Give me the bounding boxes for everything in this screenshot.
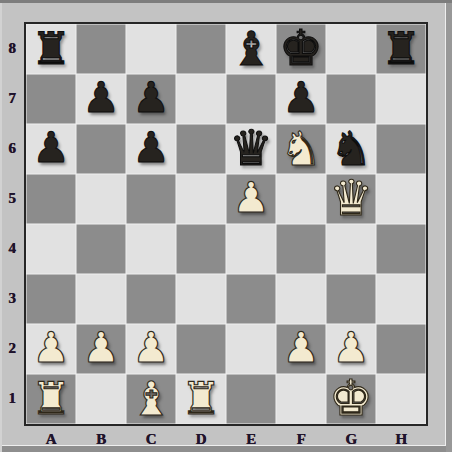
square-c7[interactable]: ♟ xyxy=(126,74,176,124)
rank-label-2: 2 xyxy=(2,336,22,361)
square-d6[interactable] xyxy=(176,124,226,174)
piece-white-knight-f6[interactable]: ♞ xyxy=(280,125,322,172)
piece-black-rook-h8[interactable]: ♜ xyxy=(381,26,421,71)
square-c5[interactable] xyxy=(126,174,176,224)
square-e5[interactable]: ♟ xyxy=(226,174,276,224)
rank-label-4: 4 xyxy=(2,236,22,261)
file-label-F: F xyxy=(276,429,326,449)
square-b6[interactable] xyxy=(76,124,126,174)
square-h6[interactable] xyxy=(376,124,426,174)
rank-label-8: 8 xyxy=(2,36,22,61)
square-d1[interactable]: ♜ xyxy=(176,374,226,424)
square-g1[interactable]: ♚ xyxy=(326,374,376,424)
square-b1[interactable] xyxy=(76,374,126,424)
square-g4[interactable] xyxy=(326,224,376,274)
square-h3[interactable] xyxy=(376,274,426,324)
square-d2[interactable] xyxy=(176,324,226,374)
square-h4[interactable] xyxy=(376,224,426,274)
piece-white-queen-g5[interactable]: ♛ xyxy=(329,174,373,223)
piece-white-rook-d1[interactable]: ♜ xyxy=(181,376,221,421)
square-c6[interactable]: ♟ xyxy=(126,124,176,174)
piece-black-rook-a8[interactable]: ♜ xyxy=(31,26,71,71)
square-c2[interactable]: ♟ xyxy=(126,324,176,374)
square-g5[interactable]: ♛ xyxy=(326,174,376,224)
square-f8[interactable]: ♚ xyxy=(276,24,326,74)
square-b3[interactable] xyxy=(76,274,126,324)
square-g3[interactable] xyxy=(326,274,376,324)
square-f1[interactable] xyxy=(276,374,326,424)
piece-white-bishop-c1[interactable]: ♝ xyxy=(130,375,172,422)
piece-black-pawn-c7[interactable]: ♟ xyxy=(132,77,170,119)
square-e4[interactable] xyxy=(226,224,276,274)
file-label-D: D xyxy=(176,429,226,449)
square-a1[interactable]: ♜ xyxy=(26,374,76,424)
square-b5[interactable] xyxy=(76,174,126,224)
piece-white-pawn-c2[interactable]: ♟ xyxy=(132,327,170,369)
rank-label-6: 6 xyxy=(2,136,22,161)
square-c1[interactable]: ♝ xyxy=(126,374,176,424)
square-b7[interactable]: ♟ xyxy=(76,74,126,124)
piece-white-pawn-a2[interactable]: ♟ xyxy=(32,327,70,369)
square-g6[interactable]: ♞ xyxy=(326,124,376,174)
chess-board: ♜♝♚♜♟♟♟♟♟♛♞♞♟♛♟♟♟♟♟♜♝♜♚ xyxy=(24,22,428,426)
square-e6[interactable]: ♛ xyxy=(226,124,276,174)
square-c3[interactable] xyxy=(126,274,176,324)
square-f3[interactable] xyxy=(276,274,326,324)
square-d5[interactable] xyxy=(176,174,226,224)
square-d8[interactable] xyxy=(176,24,226,74)
square-c8[interactable] xyxy=(126,24,176,74)
file-label-B: B xyxy=(76,429,126,449)
square-a3[interactable] xyxy=(26,274,76,324)
square-h8[interactable]: ♜ xyxy=(376,24,426,74)
square-f6[interactable]: ♞ xyxy=(276,124,326,174)
square-b4[interactable] xyxy=(76,224,126,274)
piece-black-bishop-e8[interactable]: ♝ xyxy=(230,25,272,72)
piece-black-queen-e6[interactable]: ♛ xyxy=(229,124,273,173)
square-h2[interactable] xyxy=(376,324,426,374)
square-b8[interactable] xyxy=(76,24,126,74)
square-f7[interactable]: ♟ xyxy=(276,74,326,124)
piece-white-pawn-e5[interactable]: ♟ xyxy=(232,177,270,219)
piece-black-pawn-b7[interactable]: ♟ xyxy=(82,77,120,119)
square-h7[interactable] xyxy=(376,74,426,124)
square-a4[interactable] xyxy=(26,224,76,274)
file-label-C: C xyxy=(126,429,176,449)
rank-label-3: 3 xyxy=(2,286,22,311)
piece-black-king-f8[interactable]: ♚ xyxy=(279,24,323,73)
square-a7[interactable] xyxy=(26,74,76,124)
file-label-A: A xyxy=(26,429,76,449)
piece-black-pawn-c6[interactable]: ♟ xyxy=(132,127,170,169)
square-f4[interactable] xyxy=(276,224,326,274)
square-d7[interactable] xyxy=(176,74,226,124)
file-label-E: E xyxy=(226,429,276,449)
square-d3[interactable] xyxy=(176,274,226,324)
square-h1[interactable] xyxy=(376,374,426,424)
piece-white-pawn-f2[interactable]: ♟ xyxy=(282,327,320,369)
square-e1[interactable] xyxy=(226,374,276,424)
square-f5[interactable] xyxy=(276,174,326,224)
file-label-G: G xyxy=(326,429,376,449)
square-e7[interactable] xyxy=(226,74,276,124)
board-frame: ♜♝♚♜♟♟♟♟♟♛♞♞♟♛♟♟♟♟♟♜♝♜♚ 87654321ABCDEFGH xyxy=(0,0,452,452)
square-d4[interactable] xyxy=(176,224,226,274)
square-g7[interactable] xyxy=(326,74,376,124)
piece-black-pawn-a6[interactable]: ♟ xyxy=(32,127,70,169)
square-h5[interactable] xyxy=(376,174,426,224)
piece-black-pawn-f7[interactable]: ♟ xyxy=(282,77,320,119)
piece-black-knight-g6[interactable]: ♞ xyxy=(330,125,372,172)
square-f2[interactable]: ♟ xyxy=(276,324,326,374)
rank-label-1: 1 xyxy=(2,386,22,411)
square-a5[interactable] xyxy=(26,174,76,224)
square-a6[interactable]: ♟ xyxy=(26,124,76,174)
file-label-H: H xyxy=(376,429,426,449)
square-e2[interactable] xyxy=(226,324,276,374)
square-e8[interactable]: ♝ xyxy=(226,24,276,74)
square-g2[interactable]: ♟ xyxy=(326,324,376,374)
square-e3[interactable] xyxy=(226,274,276,324)
square-b2[interactable]: ♟ xyxy=(76,324,126,374)
piece-white-pawn-b2[interactable]: ♟ xyxy=(82,327,120,369)
square-g8[interactable] xyxy=(326,24,376,74)
square-c4[interactable] xyxy=(126,224,176,274)
piece-white-rook-a1[interactable]: ♜ xyxy=(31,376,71,421)
square-a8[interactable]: ♜ xyxy=(26,24,76,74)
rank-label-7: 7 xyxy=(2,86,22,111)
rank-label-5: 5 xyxy=(2,186,22,211)
piece-white-king-g1[interactable]: ♚ xyxy=(329,374,373,423)
piece-white-pawn-g2[interactable]: ♟ xyxy=(332,327,370,369)
square-a2[interactable]: ♟ xyxy=(26,324,76,374)
